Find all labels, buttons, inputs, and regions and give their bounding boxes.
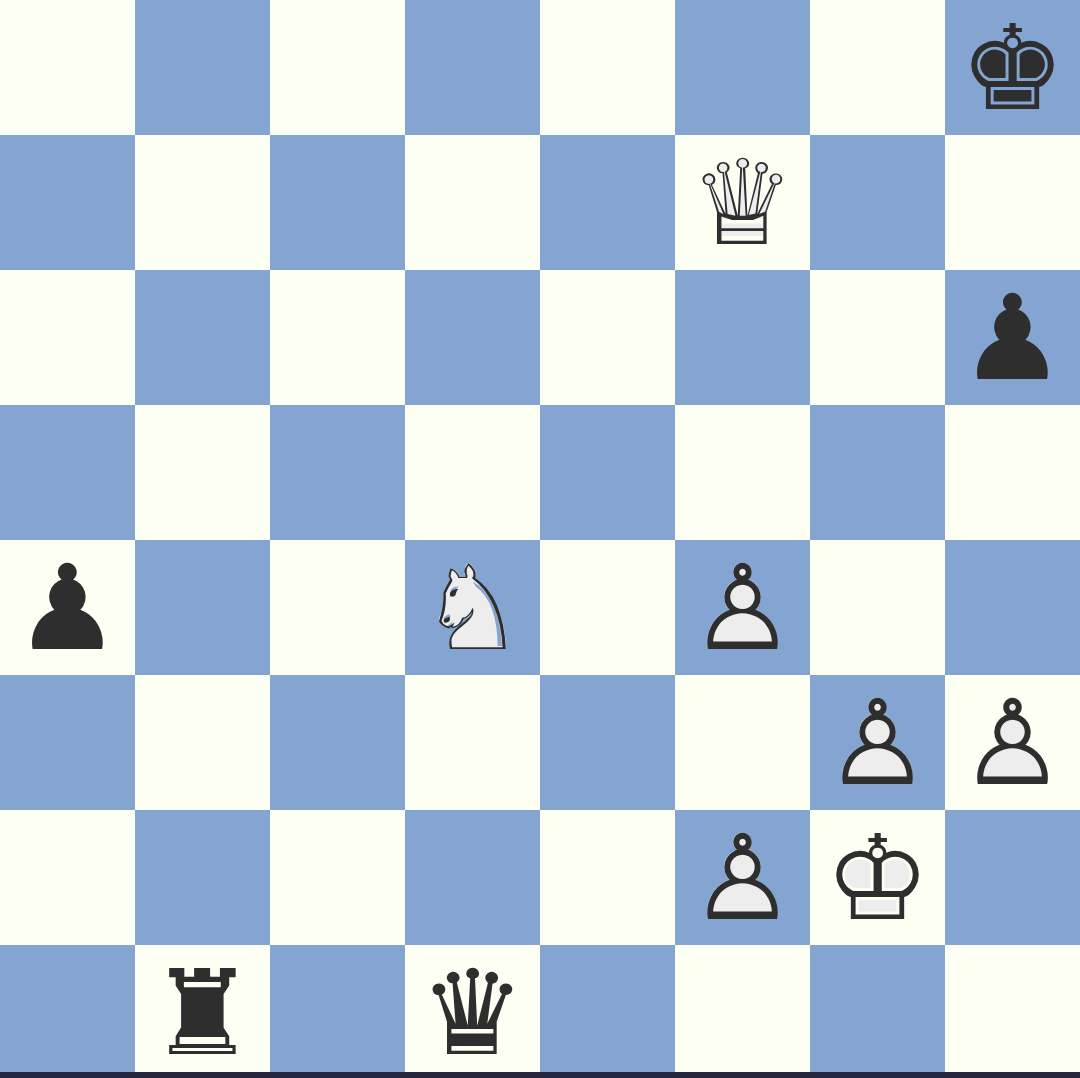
black-king[interactable]: ♚ <box>945 0 1080 135</box>
square-h1[interactable] <box>945 945 1080 1072</box>
square-d5[interactable] <box>405 405 540 540</box>
square-b8[interactable] <box>135 0 270 135</box>
white-king-outline: ♔ <box>810 810 945 945</box>
square-h3[interactable]: ♟♙ <box>945 675 1080 810</box>
board-bottom-edge <box>0 1072 1080 1078</box>
square-g5[interactable] <box>810 405 945 540</box>
white-king[interactable]: ♚♔ <box>810 810 945 945</box>
square-c7[interactable] <box>270 135 405 270</box>
square-h4[interactable] <box>945 540 1080 675</box>
square-f2[interactable]: ♟♙ <box>675 810 810 945</box>
square-c8[interactable] <box>270 0 405 135</box>
square-f7[interactable]: ♛♕ <box>675 135 810 270</box>
square-a4[interactable]: ♟ <box>0 540 135 675</box>
square-h8[interactable]: ♚ <box>945 0 1080 135</box>
square-c5[interactable] <box>270 405 405 540</box>
square-e6[interactable] <box>540 270 675 405</box>
square-e3[interactable] <box>540 675 675 810</box>
square-a1[interactable] <box>0 945 135 1072</box>
square-c3[interactable] <box>270 675 405 810</box>
square-f8[interactable] <box>675 0 810 135</box>
white-pawn-outline: ♙ <box>945 675 1080 810</box>
white-queen-outline: ♕ <box>675 135 810 270</box>
square-b2[interactable] <box>135 810 270 945</box>
square-c1[interactable] <box>270 945 405 1072</box>
square-b1[interactable]: ♜ <box>135 945 270 1072</box>
square-f4[interactable]: ♟♙ <box>675 540 810 675</box>
square-h5[interactable] <box>945 405 1080 540</box>
square-b4[interactable] <box>135 540 270 675</box>
square-g7[interactable] <box>810 135 945 270</box>
square-b3[interactable] <box>135 675 270 810</box>
square-a6[interactable] <box>0 270 135 405</box>
square-a2[interactable] <box>0 810 135 945</box>
square-g6[interactable] <box>810 270 945 405</box>
white-pawn[interactable]: ♟♙ <box>945 675 1080 810</box>
white-pawn[interactable]: ♟♙ <box>810 675 945 810</box>
square-c2[interactable] <box>270 810 405 945</box>
square-e2[interactable] <box>540 810 675 945</box>
square-f5[interactable] <box>675 405 810 540</box>
square-e7[interactable] <box>540 135 675 270</box>
square-g3[interactable]: ♟♙ <box>810 675 945 810</box>
square-e8[interactable] <box>540 0 675 135</box>
black-pawn[interactable]: ♟ <box>0 540 135 675</box>
square-c6[interactable] <box>270 270 405 405</box>
square-g4[interactable] <box>810 540 945 675</box>
square-a7[interactable] <box>0 135 135 270</box>
black-pawn[interactable]: ♟ <box>945 270 1080 405</box>
white-pawn-outline: ♙ <box>810 675 945 810</box>
square-g2[interactable]: ♚♔ <box>810 810 945 945</box>
square-d1[interactable]: ♛ <box>405 945 540 1072</box>
square-e4[interactable] <box>540 540 675 675</box>
square-b6[interactable] <box>135 270 270 405</box>
chess-app-page: ♚♛♕♟♟♞♘♟♙♟♙♟♙♟♙♚♔♜♛ <box>0 0 1080 1078</box>
square-h2[interactable] <box>945 810 1080 945</box>
square-c4[interactable] <box>270 540 405 675</box>
white-knight[interactable]: ♞♘ <box>405 540 540 675</box>
square-d3[interactable] <box>405 675 540 810</box>
square-d4[interactable]: ♞♘ <box>405 540 540 675</box>
square-a5[interactable] <box>0 405 135 540</box>
square-e1[interactable] <box>540 945 675 1072</box>
white-knight-outline: ♘ <box>405 540 540 675</box>
square-f6[interactable] <box>675 270 810 405</box>
square-b7[interactable] <box>135 135 270 270</box>
board-viewport: ♚♛♕♟♟♞♘♟♙♟♙♟♙♟♙♚♔♜♛ <box>0 0 1080 1072</box>
square-a3[interactable] <box>0 675 135 810</box>
square-g8[interactable] <box>810 0 945 135</box>
square-d6[interactable] <box>405 270 540 405</box>
white-queen[interactable]: ♛♕ <box>675 135 810 270</box>
square-d8[interactable] <box>405 0 540 135</box>
square-h7[interactable] <box>945 135 1080 270</box>
square-e5[interactable] <box>540 405 675 540</box>
black-queen[interactable]: ♛ <box>405 945 540 1072</box>
square-h6[interactable]: ♟ <box>945 270 1080 405</box>
white-pawn-outline: ♙ <box>675 540 810 675</box>
square-a8[interactable] <box>0 0 135 135</box>
square-g1[interactable] <box>810 945 945 1072</box>
white-pawn[interactable]: ♟♙ <box>675 540 810 675</box>
white-pawn-outline: ♙ <box>675 810 810 945</box>
white-pawn[interactable]: ♟♙ <box>675 810 810 945</box>
square-f3[interactable] <box>675 675 810 810</box>
square-d7[interactable] <box>405 135 540 270</box>
square-f1[interactable] <box>675 945 810 1072</box>
square-d2[interactable] <box>405 810 540 945</box>
square-b5[interactable] <box>135 405 270 540</box>
chess-board: ♚♛♕♟♟♞♘♟♙♟♙♟♙♟♙♚♔♜♛ <box>0 0 1080 1072</box>
black-rook[interactable]: ♜ <box>135 945 270 1072</box>
